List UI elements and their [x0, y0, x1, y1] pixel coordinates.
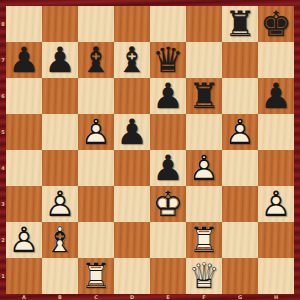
piece-wR-f2: ♜︎♖︎ [186, 222, 222, 258]
square-g5[interactable]: ♟︎♙︎ [222, 114, 258, 150]
piece-glyph-fill: ♜︎ [186, 222, 222, 258]
square-b3[interactable]: ♟︎♙︎ [42, 186, 78, 222]
square-h3[interactable]: ♟︎♙︎ [258, 186, 294, 222]
piece-glyph-fill: ♝︎ [78, 42, 114, 78]
square-e1[interactable] [150, 258, 186, 294]
file-label-d: D [114, 294, 150, 300]
square-c6[interactable] [78, 78, 114, 114]
square-h7[interactable] [258, 42, 294, 78]
square-d6[interactable] [114, 78, 150, 114]
file-label-a: A [6, 294, 42, 300]
piece-wR-c1: ♜︎♖︎ [78, 258, 114, 294]
square-c3[interactable] [78, 186, 114, 222]
piece-glyph-fill: ♟︎ [6, 42, 42, 78]
piece-bB-d7: ♝︎ [114, 42, 150, 78]
file-label-b: B [42, 294, 78, 300]
piece-glyph-fill: ♛︎ [186, 258, 222, 294]
piece-glyph-outline: ♕︎ [186, 258, 222, 294]
square-e6[interactable]: ♟︎ [150, 78, 186, 114]
square-a7[interactable]: ♟︎ [6, 42, 42, 78]
piece-glyph-outline: ♙︎ [258, 186, 294, 222]
square-b7[interactable]: ♟︎ [42, 42, 78, 78]
square-b4[interactable] [42, 150, 78, 186]
piece-glyph-fill: ♝︎ [42, 222, 78, 258]
piece-glyph-outline: ♙︎ [78, 114, 114, 150]
square-g3[interactable] [222, 186, 258, 222]
square-h2[interactable] [258, 222, 294, 258]
chess-board: ♜︎♚︎♟︎♟︎♝︎♝︎♛︎♟︎♜︎♟︎♟︎♙︎♟︎♟︎♙︎♟︎♟︎♙︎♟︎♙︎… [6, 6, 294, 294]
square-f1[interactable]: ♛︎♕︎ [186, 258, 222, 294]
square-b2[interactable]: ♝︎♗︎ [42, 222, 78, 258]
piece-wQ-f1: ♛︎♕︎ [186, 258, 222, 294]
piece-glyph-fill: ♟︎ [150, 78, 186, 114]
square-e8[interactable] [150, 6, 186, 42]
square-e3[interactable]: ♚︎♔︎ [150, 186, 186, 222]
square-d7[interactable]: ♝︎ [114, 42, 150, 78]
piece-bP-e4: ♟︎ [150, 150, 186, 186]
piece-bP-h6: ♟︎ [258, 78, 294, 114]
square-h1[interactable] [258, 258, 294, 294]
piece-glyph-outline: ♙︎ [222, 114, 258, 150]
square-f4[interactable]: ♟︎♙︎ [186, 150, 222, 186]
square-h5[interactable] [258, 114, 294, 150]
square-h8[interactable]: ♚︎ [258, 6, 294, 42]
piece-glyph-outline: ♙︎ [42, 186, 78, 222]
square-e2[interactable] [150, 222, 186, 258]
piece-bB-c7: ♝︎ [78, 42, 114, 78]
piece-bP-b7: ♟︎ [42, 42, 78, 78]
piece-bP-e6: ♟︎ [150, 78, 186, 114]
square-b5[interactable] [42, 114, 78, 150]
square-b6[interactable] [42, 78, 78, 114]
square-d2[interactable] [114, 222, 150, 258]
square-c8[interactable] [78, 6, 114, 42]
file-label-h: H [258, 294, 294, 300]
square-a6[interactable] [6, 78, 42, 114]
square-g4[interactable] [222, 150, 258, 186]
square-d4[interactable] [114, 150, 150, 186]
square-c2[interactable] [78, 222, 114, 258]
piece-glyph-fill: ♟︎ [258, 186, 294, 222]
piece-bP-d5: ♟︎ [114, 114, 150, 150]
piece-wP-a2: ♟︎♙︎ [6, 222, 42, 258]
square-c5[interactable]: ♟︎♙︎ [78, 114, 114, 150]
square-c1[interactable]: ♜︎♖︎ [78, 258, 114, 294]
square-f3[interactable] [186, 186, 222, 222]
piece-glyph-fill: ♚︎ [150, 186, 186, 222]
piece-glyph-fill: ♜︎ [186, 78, 222, 114]
piece-glyph-fill: ♟︎ [42, 186, 78, 222]
file-label-e: E [150, 294, 186, 300]
piece-glyph-fill: ♟︎ [150, 150, 186, 186]
piece-glyph-fill: ♜︎ [222, 6, 258, 42]
square-d1[interactable] [114, 258, 150, 294]
piece-glyph-outline: ♙︎ [186, 150, 222, 186]
piece-glyph-outline: ♙︎ [6, 222, 42, 258]
square-f5[interactable] [186, 114, 222, 150]
piece-bR-f6: ♜︎ [186, 78, 222, 114]
square-a1[interactable] [6, 258, 42, 294]
piece-glyph-fill: ♟︎ [42, 42, 78, 78]
piece-bP-a7: ♟︎ [6, 42, 42, 78]
piece-glyph-fill: ♟︎ [222, 114, 258, 150]
square-g8[interactable]: ♜︎ [222, 6, 258, 42]
square-h4[interactable] [258, 150, 294, 186]
square-c4[interactable] [78, 150, 114, 186]
board-frame: ♜︎♚︎♟︎♟︎♝︎♝︎♛︎♟︎♜︎♟︎♟︎♙︎♟︎♟︎♙︎♟︎♟︎♙︎♟︎♙︎… [0, 0, 300, 300]
square-e4[interactable]: ♟︎ [150, 150, 186, 186]
piece-wP-b3: ♟︎♙︎ [42, 186, 78, 222]
piece-wP-f4: ♟︎♙︎ [186, 150, 222, 186]
piece-bK-h8: ♚︎ [258, 6, 294, 42]
piece-glyph-outline: ♗︎ [42, 222, 78, 258]
square-e5[interactable] [150, 114, 186, 150]
square-a2[interactable]: ♟︎♙︎ [6, 222, 42, 258]
square-h6[interactable]: ♟︎ [258, 78, 294, 114]
piece-wB-b2: ♝︎♗︎ [42, 222, 78, 258]
square-g2[interactable] [222, 222, 258, 258]
square-b1[interactable] [42, 258, 78, 294]
piece-glyph-fill: ♛︎ [150, 42, 186, 78]
piece-glyph-outline: ♖︎ [186, 222, 222, 258]
piece-glyph-outline: ♖︎ [78, 258, 114, 294]
square-a4[interactable] [6, 150, 42, 186]
square-f6[interactable]: ♜︎ [186, 78, 222, 114]
square-a3[interactable] [6, 186, 42, 222]
square-f7[interactable] [186, 42, 222, 78]
square-c7[interactable]: ♝︎ [78, 42, 114, 78]
square-b8[interactable] [42, 6, 78, 42]
square-d3[interactable] [114, 186, 150, 222]
file-label-g: G [222, 294, 258, 300]
piece-glyph-fill: ♟︎ [6, 222, 42, 258]
square-d8[interactable] [114, 6, 150, 42]
piece-glyph-fill: ♟︎ [78, 114, 114, 150]
square-a8[interactable] [6, 6, 42, 42]
piece-bQ-e7: ♛︎ [150, 42, 186, 78]
square-f2[interactable]: ♜︎♖︎ [186, 222, 222, 258]
piece-wP-g5: ♟︎♙︎ [222, 114, 258, 150]
piece-bR-g8: ♜︎ [222, 6, 258, 42]
piece-glyph-fill: ♟︎ [186, 150, 222, 186]
square-g7[interactable] [222, 42, 258, 78]
piece-glyph-outline: ♔︎ [150, 186, 186, 222]
piece-glyph-fill: ♝︎ [114, 42, 150, 78]
piece-glyph-fill: ♚︎ [258, 6, 294, 42]
piece-wP-h3: ♟︎♙︎ [258, 186, 294, 222]
square-d5[interactable]: ♟︎ [114, 114, 150, 150]
piece-wP-c5: ♟︎♙︎ [78, 114, 114, 150]
square-g6[interactable] [222, 78, 258, 114]
file-label-f: F [186, 294, 222, 300]
piece-glyph-fill: ♟︎ [114, 114, 150, 150]
square-g1[interactable] [222, 258, 258, 294]
file-label-c: C [78, 294, 114, 300]
square-e7[interactable]: ♛︎ [150, 42, 186, 78]
piece-glyph-fill: ♟︎ [258, 78, 294, 114]
piece-glyph-fill: ♜︎ [78, 258, 114, 294]
square-f8[interactable] [186, 6, 222, 42]
square-a5[interactable] [6, 114, 42, 150]
piece-wK-e3: ♚︎♔︎ [150, 186, 186, 222]
